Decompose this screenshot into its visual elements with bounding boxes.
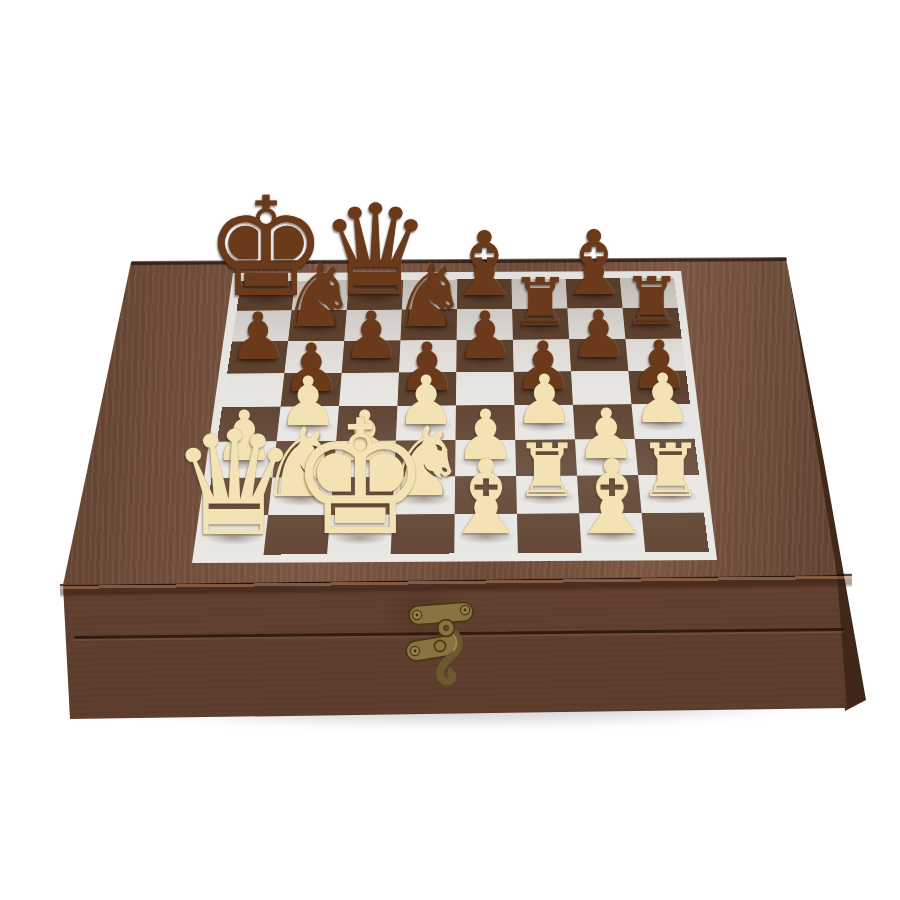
- piece-dark-pawn-g6[interactable]: ♟: [569, 302, 627, 367]
- piece-dark-rook-f7[interactable]: ♜: [511, 270, 570, 336]
- clasp-latch: [396, 598, 496, 700]
- piece-dark-pawn-e6[interactable]: ♟: [456, 302, 514, 367]
- piece-light-bishop-e1[interactable]: ♝: [440, 447, 532, 550]
- piece-light-pawn-h4[interactable]: ♟: [632, 366, 693, 434]
- product-photo-stage: ♚♛♝♝♞♞♜♜♟♟♟♟♟♟♟♟♟♟♟♟♟♟♟♟♞♞♜♜♛♚♝♝: [0, 0, 900, 900]
- piece-light-pawn-f4[interactable]: ♟: [514, 366, 575, 434]
- piece-dark-pawn-c6[interactable]: ♟: [342, 303, 400, 368]
- piece-dark-pawn-a6[interactable]: ♟: [229, 304, 287, 369]
- piece-light-bishop-g1[interactable]: ♝: [566, 446, 658, 549]
- clasp-stud: [434, 640, 445, 651]
- piece-light-queen-a1[interactable]: ♛: [170, 412, 300, 557]
- pieces-layer: ♚♛♝♝♞♞♜♜♟♟♟♟♟♟♟♟♟♟♟♟♟♟♟♟♞♞♜♜♛♚♝♝: [0, 0, 900, 900]
- piece-dark-rook-h7[interactable]: ♜: [622, 269, 681, 335]
- piece-light-king-c1[interactable]: ♚: [289, 399, 431, 558]
